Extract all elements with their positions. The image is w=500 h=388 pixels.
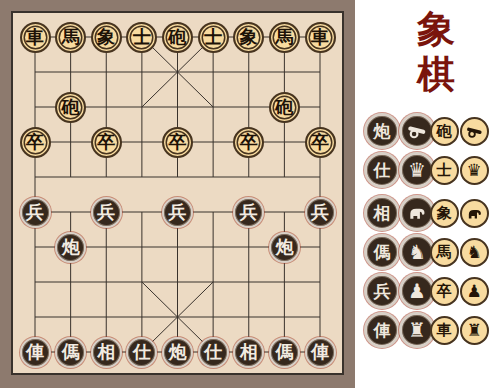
xiangqi-piece-light[interactable]: 象	[91, 22, 122, 53]
xiangqi-piece-light[interactable]: 馬	[55, 22, 86, 53]
queen-icon: ♛	[460, 156, 489, 185]
xiangqi-piece-dark[interactable]: 相	[233, 337, 264, 368]
xiangqi-piece-dark[interactable]: 兵	[233, 197, 264, 228]
cannon-icon	[460, 117, 489, 146]
xiangqi-piece-light[interactable]: 卒	[305, 127, 336, 158]
xiangqi-piece-dark[interactable]: 兵	[162, 197, 193, 228]
xiangqi-piece-dark[interactable]: 炮	[162, 337, 193, 368]
xiangqi-piece-dark[interactable]: 兵	[305, 197, 336, 228]
xiangqi-piece-dark[interactable]: 傌	[269, 337, 300, 368]
xiangqi-piece-light[interactable]: 士	[126, 22, 157, 53]
legend-light-char: 卒	[430, 277, 459, 306]
legend-light-char: 士	[430, 156, 459, 185]
knight-icon: ♞	[460, 238, 489, 267]
xiangqi-piece-dark[interactable]: 傌	[55, 337, 86, 368]
xiangqi-piece-light[interactable]: 馬	[269, 22, 300, 53]
board-grid	[11, 11, 344, 375]
xiangqi-piece-light[interactable]: 士	[198, 22, 229, 53]
xiangqi-piece-dark[interactable]: 兵	[20, 197, 51, 228]
xiangqi-piece-light[interactable]: 卒	[20, 127, 51, 158]
legend-light-char: 車	[430, 316, 459, 345]
xiangqi-piece-light[interactable]: 砲	[162, 22, 193, 53]
legend-dark-char: 傌	[364, 234, 400, 270]
xiangqi-piece-dark[interactable]: 仕	[198, 337, 229, 368]
xiangqi-piece-dark[interactable]: 俥	[20, 337, 51, 368]
xiangqi-piece-light[interactable]: 車	[305, 22, 336, 53]
xiangqi-piece-dark[interactable]: 兵	[91, 197, 122, 228]
title-char-qi: 棋	[415, 51, 457, 96]
legend-dark-char: 俥	[364, 312, 400, 348]
legend-dark-char: 炮	[364, 113, 400, 149]
pawn-icon: ♟	[460, 277, 489, 306]
legend-light-char: 砲	[430, 117, 459, 146]
page-title: 象 棋	[415, 6, 457, 96]
xiangqi-piece-dark[interactable]: 炮	[55, 232, 86, 263]
legend-panel: 象 棋 炮砲仕♛♛士相象傌♞♞馬兵♟♟卒俥♜♜車	[355, 0, 500, 388]
xiangqi-piece-light[interactable]: 砲	[269, 92, 300, 123]
board-panel: 車馬象士砲士象馬車砲砲卒卒卒卒卒兵兵兵兵兵炮炮俥傌相仕炮仕相傌俥	[0, 0, 355, 388]
xiangqi-piece-light[interactable]: 砲	[55, 92, 86, 123]
xiangqi-piece-dark[interactable]: 相	[91, 337, 122, 368]
xiangqi-piece-dark[interactable]: 仕	[126, 337, 157, 368]
xiangqi-piece-light[interactable]: 象	[233, 22, 264, 53]
xiangqi-piece-light[interactable]: 卒	[233, 127, 264, 158]
xiangqi-piece-dark[interactable]: 炮	[269, 232, 300, 263]
xiangqi-piece-light[interactable]: 卒	[91, 127, 122, 158]
legend-dark-char: 仕	[364, 152, 400, 188]
xiangqi-diagram: 車馬象士砲士象馬車砲砲卒卒卒卒卒兵兵兵兵兵炮炮俥傌相仕炮仕相傌俥 象 棋 炮砲仕…	[0, 0, 500, 388]
legend-light-char: 馬	[430, 238, 459, 267]
legend-dark-char: 相	[364, 195, 400, 231]
xiangqi-piece-dark[interactable]: 俥	[305, 337, 336, 368]
legend-dark-char: 兵	[364, 273, 400, 309]
legend-light-char: 象	[430, 199, 459, 228]
xiangqi-piece-light[interactable]: 車	[20, 22, 51, 53]
xiangqi-piece-light[interactable]: 卒	[162, 127, 193, 158]
rook-icon: ♜	[460, 316, 489, 345]
elephant-icon	[460, 199, 489, 228]
title-char-xiang: 象	[415, 6, 457, 51]
